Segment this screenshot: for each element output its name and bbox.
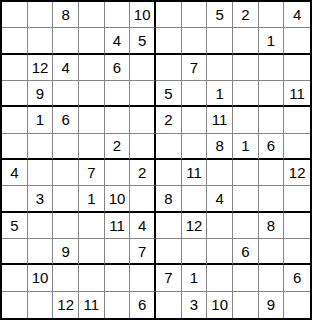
- cell-r7c9[interactable]: [207, 160, 233, 186]
- cell-r5c3: 6: [53, 107, 79, 133]
- cell-r3c7[interactable]: [156, 55, 182, 81]
- cell-r10c8[interactable]: [182, 239, 208, 265]
- cell-r6c10: 1: [233, 134, 259, 160]
- cell-r5c5[interactable]: [105, 107, 131, 133]
- cell-r7c3[interactable]: [53, 160, 79, 186]
- cell-r1c9: 5: [207, 2, 233, 28]
- cell-r12c12[interactable]: [284, 292, 310, 318]
- cell-r6c8[interactable]: [182, 134, 208, 160]
- cell-r6c1[interactable]: [2, 134, 28, 160]
- cell-r6c2[interactable]: [28, 134, 54, 160]
- cell-r7c12: 12: [284, 160, 310, 186]
- cell-r1c7[interactable]: [156, 2, 182, 28]
- cell-r4c10[interactable]: [233, 81, 259, 107]
- cell-r1c1[interactable]: [2, 2, 28, 28]
- cell-r1c12: 4: [284, 2, 310, 28]
- cell-r3c5: 6: [105, 55, 131, 81]
- cell-r7c11[interactable]: [259, 160, 285, 186]
- cell-r6c9: 8: [207, 134, 233, 160]
- cell-r8c7: 8: [156, 186, 182, 212]
- cell-r11c9[interactable]: [207, 265, 233, 291]
- cell-r11c2: 10: [28, 265, 54, 291]
- cell-r1c3: 8: [53, 2, 79, 28]
- cell-r6c7[interactable]: [156, 134, 182, 160]
- cell-r11c5[interactable]: [105, 265, 131, 291]
- cell-r8c2: 3: [28, 186, 54, 212]
- cell-r4c12: 11: [284, 81, 310, 107]
- cell-r7c4: 7: [79, 160, 105, 186]
- cell-r3c1[interactable]: [2, 55, 28, 81]
- cell-r8c11[interactable]: [259, 186, 285, 212]
- cell-r3c8: 7: [182, 55, 208, 81]
- cell-r4c9: 1: [207, 81, 233, 107]
- cell-r8c10[interactable]: [233, 186, 259, 212]
- cell-r9c11: 8: [259, 213, 285, 239]
- cell-r1c6: 10: [130, 2, 156, 28]
- cell-r5c8[interactable]: [182, 107, 208, 133]
- cell-r9c6: 4: [130, 213, 156, 239]
- cell-r7c5[interactable]: [105, 160, 131, 186]
- cell-r7c2[interactable]: [28, 160, 54, 186]
- cell-r2c6: 5: [130, 28, 156, 54]
- cell-r10c1[interactable]: [2, 239, 28, 265]
- cell-r11c12: 6: [284, 265, 310, 291]
- cell-r8c5: 10: [105, 186, 131, 212]
- cell-r8c12[interactable]: [284, 186, 310, 212]
- cell-r12c9: 10: [207, 292, 233, 318]
- cell-r12c1[interactable]: [2, 292, 28, 318]
- cell-r11c8: 1: [182, 265, 208, 291]
- cell-r11c3[interactable]: [53, 265, 79, 291]
- cell-r2c2[interactable]: [28, 28, 54, 54]
- cell-r8c9: 4: [207, 186, 233, 212]
- cell-r11c7: 7: [156, 265, 182, 291]
- cell-r4c1[interactable]: [2, 81, 28, 107]
- cell-r11c1[interactable]: [2, 265, 28, 291]
- cell-r7c7[interactable]: [156, 160, 182, 186]
- cell-r5c10[interactable]: [233, 107, 259, 133]
- cell-r1c4[interactable]: [79, 2, 105, 28]
- cell-r4c5[interactable]: [105, 81, 131, 107]
- cell-r11c6[interactable]: [130, 265, 156, 291]
- cell-r7c1: 4: [2, 160, 28, 186]
- cell-r9c8: 12: [182, 213, 208, 239]
- cell-r10c11[interactable]: [259, 239, 285, 265]
- cell-r1c2[interactable]: [28, 2, 54, 28]
- cell-r2c5: 4: [105, 28, 131, 54]
- cell-r3c6[interactable]: [130, 55, 156, 81]
- cell-r10c10: 6: [233, 239, 259, 265]
- cell-r6c5: 2: [105, 134, 131, 160]
- cell-r8c1[interactable]: [2, 186, 28, 212]
- cell-r7c8: 11: [182, 160, 208, 186]
- cell-r2c9[interactable]: [207, 28, 233, 54]
- cell-r3c4[interactable]: [79, 55, 105, 81]
- cell-r8c8[interactable]: [182, 186, 208, 212]
- cell-r12c2[interactable]: [28, 292, 54, 318]
- cell-r8c4: 1: [79, 186, 105, 212]
- cell-r4c6[interactable]: [130, 81, 156, 107]
- cell-r10c6: 7: [130, 239, 156, 265]
- cell-r9c10[interactable]: [233, 213, 259, 239]
- cell-r12c3: 12: [53, 292, 79, 318]
- cell-r10c9[interactable]: [207, 239, 233, 265]
- cell-r9c12[interactable]: [284, 213, 310, 239]
- cell-r2c10[interactable]: [233, 28, 259, 54]
- cell-r3c12[interactable]: [284, 55, 310, 81]
- cell-r2c3[interactable]: [53, 28, 79, 54]
- cell-r6c11: 6: [259, 134, 285, 160]
- cell-r12c7[interactable]: [156, 292, 182, 318]
- cell-r4c8[interactable]: [182, 81, 208, 107]
- cell-r1c11[interactable]: [259, 2, 285, 28]
- cell-r12c8: 3: [182, 292, 208, 318]
- cell-r10c7[interactable]: [156, 239, 182, 265]
- cell-r9c1: 5: [2, 213, 28, 239]
- cell-r6c4[interactable]: [79, 134, 105, 160]
- cell-r4c4[interactable]: [79, 81, 105, 107]
- cell-r4c11[interactable]: [259, 81, 285, 107]
- cell-r8c6[interactable]: [130, 186, 156, 212]
- cell-r2c4[interactable]: [79, 28, 105, 54]
- cell-r4c2: 9: [28, 81, 54, 107]
- cell-r10c4[interactable]: [79, 239, 105, 265]
- cell-r12c5[interactable]: [105, 292, 131, 318]
- cell-r11c11[interactable]: [259, 265, 285, 291]
- cell-r10c3: 9: [53, 239, 79, 265]
- cell-r8c3[interactable]: [53, 186, 79, 212]
- cell-r4c3[interactable]: [53, 81, 79, 107]
- cell-r2c12[interactable]: [284, 28, 310, 54]
- sudoku-board: 8105244511246795111162112816472111231108…: [0, 0, 312, 320]
- cell-r5c12[interactable]: [284, 107, 310, 133]
- cell-r6c3[interactable]: [53, 134, 79, 160]
- cell-r5c9: 11: [207, 107, 233, 133]
- cell-r12c10[interactable]: [233, 292, 259, 318]
- cell-r10c12[interactable]: [284, 239, 310, 265]
- cell-r10c5[interactable]: [105, 239, 131, 265]
- cell-r6c6[interactable]: [130, 134, 156, 160]
- cell-r11c4[interactable]: [79, 265, 105, 291]
- cell-r2c8[interactable]: [182, 28, 208, 54]
- cell-r5c11[interactable]: [259, 107, 285, 133]
- cell-r2c11: 1: [259, 28, 285, 54]
- cell-r9c7[interactable]: [156, 213, 182, 239]
- cell-r9c9[interactable]: [207, 213, 233, 239]
- cell-r3c9[interactable]: [207, 55, 233, 81]
- cell-r1c10: 2: [233, 2, 259, 28]
- cell-r5c1[interactable]: [2, 107, 28, 133]
- cell-r7c6: 2: [130, 160, 156, 186]
- cell-r3c3: 4: [53, 55, 79, 81]
- cell-r7c10[interactable]: [233, 160, 259, 186]
- cell-r2c1[interactable]: [2, 28, 28, 54]
- cell-r9c3[interactable]: [53, 213, 79, 239]
- cell-r11c10[interactable]: [233, 265, 259, 291]
- cell-r9c5: 11: [105, 213, 131, 239]
- cell-r12c6: 6: [130, 292, 156, 318]
- cell-r1c5[interactable]: [105, 2, 131, 28]
- cell-r9c4[interactable]: [79, 213, 105, 239]
- cell-r1c8[interactable]: [182, 2, 208, 28]
- cell-r12c4: 11: [79, 292, 105, 318]
- cell-r9c2[interactable]: [28, 213, 54, 239]
- cell-r3c10[interactable]: [233, 55, 259, 81]
- cell-r3c2: 12: [28, 55, 54, 81]
- cell-r4c7: 5: [156, 81, 182, 107]
- cell-r5c7: 2: [156, 107, 182, 133]
- cell-r2c7[interactable]: [156, 28, 182, 54]
- cell-r5c6[interactable]: [130, 107, 156, 133]
- cell-r5c4[interactable]: [79, 107, 105, 133]
- cell-r6c12[interactable]: [284, 134, 310, 160]
- cell-r10c2[interactable]: [28, 239, 54, 265]
- cell-r12c11: 9: [259, 292, 285, 318]
- cell-r3c11[interactable]: [259, 55, 285, 81]
- cell-r5c2: 1: [28, 107, 54, 133]
